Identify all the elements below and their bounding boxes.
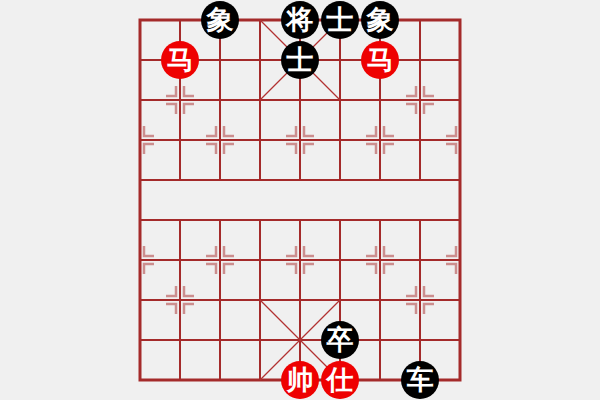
pieces-layer: 象将士象马士马卒帅仕车	[120, 0, 480, 400]
black-pawn[interactable]: 卒	[321, 321, 359, 359]
xiangqi-app: 象将士象马士马卒帅仕车	[0, 0, 600, 400]
red-horse[interactable]: 马	[161, 41, 199, 79]
black-general[interactable]: 将	[281, 1, 319, 39]
black-elephant[interactable]: 象	[361, 1, 399, 39]
black-chariot[interactable]: 车	[401, 361, 439, 399]
red-advisor[interactable]: 仕	[321, 361, 359, 399]
black-advisor[interactable]: 士	[281, 41, 319, 79]
xiangqi-board: 象将士象马士马卒帅仕车	[120, 0, 480, 400]
red-general[interactable]: 帅	[281, 361, 319, 399]
black-advisor[interactable]: 士	[321, 1, 359, 39]
red-horse[interactable]: 马	[361, 41, 399, 79]
black-elephant[interactable]: 象	[201, 1, 239, 39]
